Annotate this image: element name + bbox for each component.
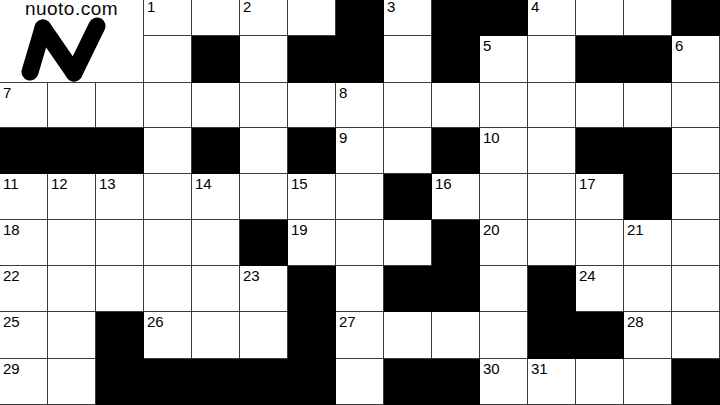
clue-number: 15	[291, 176, 308, 191]
grid-cell[interactable]	[672, 128, 720, 174]
grid-cell[interactable]	[672, 83, 720, 128]
grid-cell[interactable]: 19	[288, 220, 336, 266]
clue-number: 24	[579, 268, 596, 283]
grid-cell[interactable]	[576, 83, 624, 128]
grid-cell[interactable]: 10	[480, 128, 528, 174]
grid-cell[interactable]	[624, 83, 672, 128]
clue-number: 12	[51, 176, 68, 191]
clue-number: 31	[531, 361, 548, 376]
clue-number: 23	[243, 268, 260, 283]
grid-cell[interactable]: 26	[144, 312, 192, 359]
clue-number: 2	[243, 0, 251, 14]
grid-cell[interactable]: 5	[480, 36, 528, 83]
grid-cell[interactable]: 25	[0, 312, 48, 359]
block-cell	[240, 220, 288, 266]
block-cell	[576, 312, 624, 359]
grid-cell[interactable]	[144, 83, 192, 128]
block-cell	[0, 128, 48, 174]
clue-number: 11	[3, 176, 19, 191]
clue-number: 17	[579, 176, 596, 191]
block-cell	[624, 174, 672, 220]
grid-cell[interactable]	[192, 220, 240, 266]
grid-cell[interactable]	[672, 266, 720, 312]
grid-cell[interactable]: 11	[0, 174, 48, 220]
grid-cell[interactable]	[528, 36, 576, 83]
clue-number: 4	[531, 0, 539, 14]
block-cell	[480, 0, 528, 36]
grid-cell[interactable]: 28	[624, 312, 672, 359]
grid-cell[interactable]	[192, 266, 240, 312]
grid-cell[interactable]	[240, 83, 288, 128]
grid-cell[interactable]	[192, 0, 240, 36]
block-cell	[192, 128, 240, 174]
clue-number: 10	[483, 130, 500, 145]
grid-cell[interactable]: 21	[624, 220, 672, 266]
block-cell	[48, 128, 96, 174]
clue-number: 8	[339, 85, 347, 100]
clue-number: 18	[3, 222, 20, 237]
grid-cell[interactable]: 27	[336, 312, 384, 359]
grid-cell[interactable]	[672, 220, 720, 266]
grid-cell[interactable]	[576, 0, 624, 36]
grid-cell[interactable]	[336, 266, 384, 312]
grid-cell[interactable]	[240, 128, 288, 174]
clue-number: 27	[339, 314, 356, 329]
grid-cell[interactable]: 15	[288, 174, 336, 220]
grid-cell[interactable]	[48, 83, 96, 128]
grid-cell[interactable]	[480, 83, 528, 128]
grid-cell[interactable]: 4	[528, 0, 576, 36]
block-cell	[96, 128, 144, 174]
clue-number: 20	[483, 222, 500, 237]
grid-cell[interactable]	[576, 359, 624, 405]
clue-number: 13	[99, 176, 116, 191]
clue-number: 14	[195, 176, 212, 191]
grid-cell[interactable]	[384, 220, 432, 266]
grid-cell[interactable]	[240, 312, 288, 359]
block-cell	[192, 359, 240, 405]
grid-cell[interactable]	[48, 220, 96, 266]
grid-cell[interactable]	[480, 266, 528, 312]
block-cell	[432, 359, 480, 405]
block-cell	[144, 359, 192, 405]
grid-cell[interactable]: 2	[240, 0, 288, 36]
block-cell	[96, 359, 144, 405]
block-cell	[288, 312, 336, 359]
block-cell	[288, 266, 336, 312]
clue-number: 26	[147, 314, 164, 329]
grid-cell[interactable]	[672, 174, 720, 220]
grid-cell[interactable]: 13	[96, 174, 144, 220]
grid-cell[interactable]: 16	[432, 174, 480, 220]
grid-cell[interactable]	[96, 83, 144, 128]
block-cell	[336, 0, 384, 36]
grid-cell[interactable]	[480, 312, 528, 359]
grid-cell[interactable]: 14	[192, 174, 240, 220]
grid-cell[interactable]: 20	[480, 220, 528, 266]
grid-cell[interactable]	[528, 174, 576, 220]
grid-cell[interactable]	[144, 36, 192, 83]
clue-number: 19	[291, 222, 308, 237]
block-cell	[576, 128, 624, 174]
grid-cell[interactable]	[144, 220, 192, 266]
grid-cell[interactable]	[240, 36, 288, 83]
grid-cell[interactable]	[144, 266, 192, 312]
grid-cell[interactable]	[384, 83, 432, 128]
grid-cell[interactable]	[432, 83, 480, 128]
grid-cell[interactable]	[576, 220, 624, 266]
grid-cell[interactable]	[624, 266, 672, 312]
grid-cell[interactable]: 3	[384, 0, 432, 36]
site-logo[interactable]: nuoto.com	[0, 0, 144, 83]
block-cell	[288, 128, 336, 174]
block-cell	[432, 128, 480, 174]
clue-number: 9	[339, 130, 347, 145]
grid-cell[interactable]: 24	[576, 266, 624, 312]
block-cell	[192, 36, 240, 83]
grid-cell[interactable]: 9	[336, 128, 384, 174]
grid-cell[interactable]	[240, 174, 288, 220]
grid-cell[interactable]: 12	[48, 174, 96, 220]
clue-number: 3	[387, 0, 395, 14]
logo-n-icon	[0, 0, 143, 82]
grid-cell[interactable]	[672, 312, 720, 359]
block-cell	[384, 266, 432, 312]
grid-cell[interactable]	[384, 312, 432, 359]
block-cell	[672, 0, 720, 36]
grid-cell[interactable]: 17	[576, 174, 624, 220]
grid-cell[interactable]	[96, 220, 144, 266]
grid-cell[interactable]: 29	[0, 359, 48, 405]
clue-number: 1	[147, 0, 155, 14]
block-cell	[432, 0, 480, 36]
grid-cell[interactable]	[480, 174, 528, 220]
grid-cell[interactable]: 31	[528, 359, 576, 405]
block-cell	[432, 266, 480, 312]
grid-cell[interactable]	[96, 266, 144, 312]
grid-cell[interactable]: 7	[0, 83, 48, 128]
block-cell	[288, 359, 336, 405]
grid-cell[interactable]	[144, 174, 192, 220]
block-cell	[96, 312, 144, 359]
clue-number: 30	[483, 361, 500, 376]
block-cell	[528, 312, 576, 359]
grid-cell[interactable]	[336, 359, 384, 405]
grid-cell[interactable]	[432, 312, 480, 359]
grid-cell[interactable]	[528, 83, 576, 128]
block-cell	[384, 174, 432, 220]
grid-cell[interactable]	[288, 83, 336, 128]
grid-cell[interactable]	[384, 36, 432, 83]
grid-cell[interactable]	[384, 128, 432, 174]
clue-number: 29	[3, 361, 20, 376]
grid-cell[interactable]	[192, 312, 240, 359]
grid-cell[interactable]	[624, 0, 672, 36]
grid-cell[interactable]	[624, 359, 672, 405]
block-cell	[624, 36, 672, 83]
block-cell	[288, 36, 336, 83]
block-cell	[432, 220, 480, 266]
block-cell	[528, 266, 576, 312]
block-cell	[432, 36, 480, 83]
grid-cell[interactable]	[336, 220, 384, 266]
crossword-board: 1234567891011121314151617181920212223242…	[0, 0, 720, 405]
block-cell	[624, 128, 672, 174]
grid-cell[interactable]: 8	[336, 83, 384, 128]
grid-cell[interactable]: 30	[480, 359, 528, 405]
grid-cell[interactable]	[288, 0, 336, 36]
clue-number: 22	[3, 268, 20, 283]
clue-number: 21	[627, 222, 644, 237]
grid-cell[interactable]	[48, 266, 96, 312]
clue-number: 5	[483, 38, 491, 53]
grid-cell[interactable]: 18	[0, 220, 48, 266]
grid-cell[interactable]: 6	[672, 36, 720, 83]
grid-cell[interactable]	[48, 312, 96, 359]
block-cell	[576, 36, 624, 83]
grid-cell[interactable]	[336, 174, 384, 220]
grid-cell[interactable]	[144, 128, 192, 174]
grid-cell[interactable]	[528, 220, 576, 266]
grid-cell[interactable]	[192, 83, 240, 128]
grid-cell[interactable]: 23	[240, 266, 288, 312]
grid-cell[interactable]	[48, 359, 96, 405]
block-cell	[240, 359, 288, 405]
clue-number: 6	[675, 38, 683, 53]
clue-number: 25	[3, 314, 20, 329]
clue-number: 7	[3, 85, 11, 100]
grid-cell[interactable]: 22	[0, 266, 48, 312]
clue-number: 16	[435, 176, 452, 191]
grid-cell[interactable]	[528, 128, 576, 174]
block-cell	[336, 36, 384, 83]
block-cell	[384, 359, 432, 405]
grid-cell[interactable]: 1	[144, 0, 192, 36]
block-cell	[672, 359, 720, 405]
clue-number: 28	[627, 314, 644, 329]
